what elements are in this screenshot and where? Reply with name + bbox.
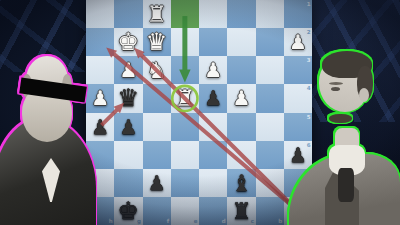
right-player-eyebrow xyxy=(329,82,343,85)
right-player-tie xyxy=(338,168,354,202)
piece-bP-f7[interactable]: ♟ xyxy=(143,169,171,197)
square-e1[interactable] xyxy=(171,0,199,28)
piece-wN-f3[interactable]: ♞ xyxy=(143,56,171,84)
square-d4[interactable]: ♟ xyxy=(199,84,227,112)
square-g5[interactable]: ♟ xyxy=(114,113,142,141)
square-e4[interactable]: ♜ xyxy=(171,84,199,112)
square-g2[interactable]: ♚ xyxy=(114,28,142,56)
square-e6[interactable] xyxy=(171,141,199,169)
piece-wK-g2[interactable]: ♚ xyxy=(114,28,142,56)
piece-wQ-f2[interactable]: ♛ xyxy=(143,28,171,56)
square-f6[interactable] xyxy=(143,141,171,169)
file-label-h: h xyxy=(109,218,113,224)
square-c1[interactable] xyxy=(227,0,255,28)
portrait-left-silhouette xyxy=(0,48,106,225)
piece-bP-g5[interactable]: ♟ xyxy=(114,113,142,141)
square-b2[interactable] xyxy=(256,28,284,56)
square-e2[interactable] xyxy=(171,28,199,56)
right-player-mustache xyxy=(329,114,352,123)
square-a1[interactable]: 1 xyxy=(284,0,312,28)
square-e5[interactable] xyxy=(171,113,199,141)
piece-wR-e4[interactable]: ♜ xyxy=(171,84,199,112)
square-f4[interactable] xyxy=(143,84,171,112)
square-d8[interactable]: d xyxy=(199,197,227,225)
square-f2[interactable]: ♛ xyxy=(143,28,171,56)
file-label-d: d xyxy=(222,218,226,224)
square-f7[interactable]: ♟ xyxy=(143,169,171,197)
square-d2[interactable] xyxy=(199,28,227,56)
square-b4[interactable] xyxy=(256,84,284,112)
square-b1[interactable] xyxy=(256,0,284,28)
square-c5[interactable] xyxy=(227,113,255,141)
square-c7[interactable]: ♝ xyxy=(227,169,255,197)
square-f1[interactable]: ♜ xyxy=(143,0,171,28)
piece-wP-d3[interactable]: ♟ xyxy=(199,56,227,84)
square-g6[interactable] xyxy=(114,141,142,169)
square-f3[interactable]: ♞ xyxy=(143,56,171,84)
square-h1[interactable] xyxy=(86,0,114,28)
square-g8[interactable]: g♚ xyxy=(114,197,142,225)
file-label-e: e xyxy=(194,218,198,224)
portrait-left-player xyxy=(0,48,106,225)
square-d1[interactable] xyxy=(199,0,227,28)
square-e8[interactable]: e xyxy=(171,197,199,225)
piece-bB-c7[interactable]: ♝ xyxy=(227,169,255,197)
file-label-f: f xyxy=(167,218,169,224)
square-f5[interactable] xyxy=(143,113,171,141)
square-b7[interactable] xyxy=(256,169,284,197)
square-c2[interactable] xyxy=(227,28,255,56)
square-e7[interactable] xyxy=(171,169,199,197)
square-f8[interactable]: f xyxy=(143,197,171,225)
square-c4[interactable]: ♟ xyxy=(227,84,255,112)
chess-board[interactable]: ♜1♚♛2♟♟♞♟3♟♛♜♟♟4♟♟56♟♟♝7hg♚fedc♜ba8♜ xyxy=(86,0,312,225)
rank-label-1: 1 xyxy=(307,1,311,7)
piece-bK-g8[interactable]: ♚ xyxy=(114,197,142,225)
square-d3[interactable]: ♟ xyxy=(199,56,227,84)
right-player-eye xyxy=(331,87,340,91)
square-b6[interactable] xyxy=(256,141,284,169)
piece-bP-d4[interactable]: ♟ xyxy=(199,84,227,112)
square-b3[interactable] xyxy=(256,56,284,84)
square-c6[interactable] xyxy=(227,141,255,169)
square-d5[interactable] xyxy=(199,113,227,141)
right-player-ear xyxy=(359,88,369,102)
square-d7[interactable] xyxy=(199,169,227,197)
square-g3[interactable]: ♟ xyxy=(114,56,142,84)
piece-wP-c4[interactable]: ♟ xyxy=(227,84,255,112)
piece-bR-c8[interactable]: ♜ xyxy=(227,197,255,225)
square-b5[interactable] xyxy=(256,113,284,141)
square-c8[interactable]: c♜ xyxy=(227,197,255,225)
portrait-right-silhouette xyxy=(283,50,400,225)
square-e3[interactable] xyxy=(171,56,199,84)
square-g7[interactable] xyxy=(114,169,142,197)
thumbnail-stage: ♜1♚♛2♟♟♞♟3♟♛♜♟♟4♟♟56♟♟♝7hg♚fedc♜ba8♜ xyxy=(0,0,400,225)
square-b8[interactable]: b xyxy=(256,197,284,225)
square-d6[interactable] xyxy=(199,141,227,169)
piece-bQ-g4[interactable]: ♛ xyxy=(114,84,142,112)
portrait-right-player xyxy=(283,50,400,225)
file-label-b: b xyxy=(278,218,282,224)
square-c3[interactable] xyxy=(227,56,255,84)
piece-wR-f1[interactable]: ♜ xyxy=(143,0,171,28)
square-g4[interactable]: ♛ xyxy=(114,84,142,112)
piece-wP-g3[interactable]: ♟ xyxy=(114,56,142,84)
square-g1[interactable] xyxy=(114,0,142,28)
